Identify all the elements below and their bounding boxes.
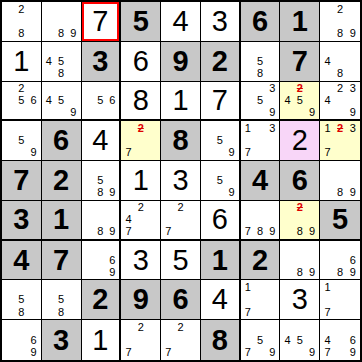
solved-digit: 4 bbox=[201, 280, 239, 319]
pencil-marks: 589 bbox=[83, 162, 119, 199]
candidate-8: 8 bbox=[294, 226, 306, 238]
pencil-marks: 58 bbox=[242, 43, 279, 80]
candidate-9: 9 bbox=[346, 28, 359, 40]
candidate-9: 9 bbox=[346, 346, 359, 359]
cell-r6c4[interactable]: 247 bbox=[121, 201, 161, 241]
cell-r1c9[interactable]: 289 bbox=[320, 2, 360, 42]
candidate-8: 8 bbox=[55, 28, 67, 40]
candidate-4: 4 bbox=[281, 94, 293, 106]
cell-r5c8[interactable]: 6 bbox=[280, 161, 320, 201]
cell-r3c7[interactable]: 359 bbox=[241, 82, 281, 122]
solved-digit: 4 bbox=[82, 121, 120, 160]
pencil-marks: 2459 bbox=[281, 83, 318, 119]
cell-r2c4[interactable]: 6 bbox=[121, 42, 161, 82]
pencil-marks: 89 bbox=[43, 3, 80, 40]
struck-candidate-2: 2 bbox=[294, 83, 306, 95]
pencil-marks: 28 bbox=[3, 3, 40, 40]
candidate-1: 1 bbox=[321, 122, 334, 134]
candidate-1: 1 bbox=[321, 281, 334, 293]
pencil-marks: 789 bbox=[242, 202, 279, 238]
cell-r3c1[interactable]: 256 bbox=[2, 82, 42, 122]
given-digit: 3 bbox=[82, 42, 120, 81]
cell-r6c7[interactable]: 789 bbox=[241, 201, 281, 241]
given-digit: 2 bbox=[82, 280, 120, 319]
candidate-9: 9 bbox=[226, 147, 238, 159]
candidate-8: 8 bbox=[254, 67, 266, 79]
candidate-6: 6 bbox=[346, 334, 359, 347]
cell-r9c5[interactable]: 27 bbox=[161, 320, 201, 360]
candidate-9: 9 bbox=[306, 266, 318, 278]
candidate-5: 5 bbox=[94, 94, 106, 106]
pencil-marks: 27 bbox=[122, 321, 159, 359]
given-digit: 2 bbox=[201, 42, 239, 81]
candidate-9: 9 bbox=[306, 346, 318, 359]
candidate-2: 2 bbox=[15, 83, 27, 95]
cell-r1c6[interactable]: 3 bbox=[201, 2, 241, 42]
candidate-2: 2 bbox=[15, 3, 27, 15]
pencil-marks: 247 bbox=[122, 202, 159, 238]
cell-r6c9[interactable]: 5 bbox=[320, 201, 360, 241]
candidate-2: 2 bbox=[334, 3, 347, 15]
cell-r8c7[interactable]: 17 bbox=[241, 280, 281, 320]
given-digit: 3 bbox=[42, 320, 81, 360]
candidate-8: 8 bbox=[15, 306, 27, 318]
solved-digit: 5 bbox=[161, 241, 200, 280]
given-digit: 9 bbox=[161, 42, 200, 81]
candidate-9: 9 bbox=[67, 106, 79, 118]
candidate-1: 1 bbox=[242, 281, 254, 293]
struck-candidate-2: 2 bbox=[294, 202, 306, 214]
candidate-5: 5 bbox=[94, 174, 106, 186]
candidate-9: 9 bbox=[67, 28, 79, 40]
candidate-8: 8 bbox=[55, 306, 67, 318]
candidate-9: 9 bbox=[28, 147, 40, 159]
cell-r5c2[interactable]: 2 bbox=[42, 161, 82, 201]
cell-r7c2[interactable]: 7 bbox=[42, 241, 82, 281]
cell-r7c8[interactable]: 89 bbox=[280, 241, 320, 281]
given-digit: 5 bbox=[121, 2, 160, 41]
given-digit: 2 bbox=[241, 241, 280, 280]
cell-r9c2[interactable]: 3 bbox=[42, 320, 82, 360]
cell-r8c6[interactable]: 4 bbox=[201, 280, 241, 320]
given-digit: 7 bbox=[2, 161, 41, 200]
cell-r6c3[interactable]: 89 bbox=[82, 201, 122, 241]
solved-digit: 8 bbox=[121, 82, 160, 120]
cell-r4c2[interactable]: 6 bbox=[42, 121, 82, 161]
cell-r6c6[interactable]: 6 bbox=[201, 201, 241, 241]
solved-digit: 7 bbox=[201, 82, 239, 120]
candidate-6: 6 bbox=[346, 254, 359, 266]
pencil-marks: 89 bbox=[321, 162, 359, 199]
cell-r1c8[interactable]: 1 bbox=[280, 2, 320, 42]
cell-r7c6[interactable]: 1 bbox=[201, 241, 241, 281]
candidate-2: 2 bbox=[334, 83, 347, 95]
candidate-7: 7 bbox=[122, 226, 134, 238]
cell-r8c2[interactable]: 58 bbox=[42, 280, 82, 320]
candidate-8: 8 bbox=[15, 28, 27, 40]
pencil-marks: 289 bbox=[321, 3, 359, 40]
candidate-6: 6 bbox=[106, 94, 118, 106]
candidate-5: 5 bbox=[55, 294, 67, 306]
struck-candidate-2: 2 bbox=[135, 122, 147, 134]
given-digit: 1 bbox=[201, 241, 239, 280]
candidate-7: 7 bbox=[321, 306, 334, 318]
candidate-5: 5 bbox=[214, 174, 226, 186]
given-digit: 8 bbox=[201, 320, 239, 360]
candidate-3: 3 bbox=[266, 122, 278, 134]
cell-r4c9[interactable]: 1237 bbox=[320, 121, 360, 161]
cell-r7c9[interactable]: 689 bbox=[320, 241, 360, 281]
candidate-8: 8 bbox=[254, 226, 266, 238]
solved-digit: 1 bbox=[121, 161, 160, 200]
cell-r7c7[interactable]: 2 bbox=[241, 241, 281, 281]
candidate-8: 8 bbox=[334, 67, 347, 79]
candidate-4: 4 bbox=[122, 214, 134, 226]
given-digit: 3 bbox=[2, 201, 41, 239]
candidate-7: 7 bbox=[162, 226, 174, 238]
candidate-8: 8 bbox=[334, 28, 347, 40]
pencil-marks: 689 bbox=[321, 242, 359, 279]
given-digit: 7 bbox=[42, 241, 81, 280]
pencil-marks: 69 bbox=[83, 242, 119, 279]
candidate-8: 8 bbox=[334, 187, 347, 199]
cell-r2c9[interactable]: 48 bbox=[320, 42, 360, 82]
given-digit: 6 bbox=[42, 121, 81, 160]
cell-r5c4[interactable]: 1 bbox=[121, 161, 161, 201]
pencil-marks: 579 bbox=[242, 321, 279, 359]
cell-r9c8[interactable]: 459 bbox=[280, 320, 320, 360]
pencil-marks: 48 bbox=[321, 43, 359, 80]
cell-r3c3[interactable]: 56 bbox=[82, 82, 122, 122]
cell-r2c3[interactable]: 3 bbox=[82, 42, 122, 82]
solved-digit: 6 bbox=[121, 42, 160, 81]
cell-r6c8[interactable]: 289 bbox=[280, 201, 320, 241]
cell-r9c7[interactable]: 579 bbox=[241, 320, 281, 360]
candidate-9: 9 bbox=[266, 346, 278, 359]
candidate-5: 5 bbox=[55, 55, 67, 67]
candidate-4: 4 bbox=[281, 334, 293, 347]
solved-digit: 4 bbox=[161, 2, 200, 41]
pencil-marks: 89 bbox=[281, 242, 318, 279]
cell-r2c5[interactable]: 9 bbox=[161, 42, 201, 82]
candidate-9: 9 bbox=[106, 266, 118, 278]
pencil-marks: 27 bbox=[162, 202, 199, 238]
cell-r4c3[interactable]: 4 bbox=[82, 121, 122, 161]
pencil-marks: 58 bbox=[43, 281, 80, 318]
cell-r8c4[interactable]: 9 bbox=[121, 280, 161, 320]
given-digit: 4 bbox=[2, 241, 41, 280]
cell-r7c1[interactable]: 4 bbox=[2, 241, 42, 281]
cell-r5c1[interactable]: 7 bbox=[2, 161, 42, 201]
candidate-8: 8 bbox=[55, 67, 67, 79]
cell-r1c2[interactable]: 89 bbox=[42, 2, 82, 42]
candidate-8: 8 bbox=[334, 266, 347, 278]
candidate-9: 9 bbox=[106, 226, 118, 238]
cell-r1c5[interactable]: 4 bbox=[161, 2, 201, 42]
candidate-5: 5 bbox=[15, 94, 27, 106]
cell-r4c6[interactable]: 59 bbox=[201, 121, 241, 161]
cell-r2c8[interactable]: 7 bbox=[280, 42, 320, 82]
cell-r4c7[interactable]: 137 bbox=[241, 121, 281, 161]
candidate-9: 9 bbox=[306, 106, 318, 118]
given-digit: 9 bbox=[121, 280, 160, 319]
cell-r4c1[interactable]: 59 bbox=[2, 121, 42, 161]
cell-r7c5[interactable]: 5 bbox=[161, 241, 201, 281]
pencil-marks: 458 bbox=[43, 43, 80, 80]
pencil-marks: 89 bbox=[83, 202, 119, 238]
sudoku-board: 2889754361289145836925874825645956817359… bbox=[0, 0, 362, 362]
candidate-6: 6 bbox=[28, 334, 40, 347]
pencil-marks: 137 bbox=[242, 122, 279, 159]
cell-r7c3[interactable]: 69 bbox=[82, 241, 122, 281]
given-digit: 1 bbox=[42, 201, 81, 239]
candidate-4: 4 bbox=[321, 55, 334, 67]
candidate-6: 6 bbox=[106, 254, 118, 266]
candidate-2: 2 bbox=[174, 202, 186, 214]
pencil-marks: 59 bbox=[202, 122, 238, 159]
solved-digit: 3 bbox=[201, 2, 239, 41]
solved-digit: 7 bbox=[82, 2, 120, 41]
cell-r1c7[interactable]: 6 bbox=[241, 2, 281, 42]
candidate-2: 2 bbox=[174, 321, 186, 334]
cell-r8c3[interactable]: 2 bbox=[82, 280, 122, 320]
candidate-7: 7 bbox=[242, 147, 254, 159]
pencil-marks: 17 bbox=[321, 281, 359, 318]
candidate-5: 5 bbox=[294, 94, 306, 106]
solved-digit: 2 bbox=[280, 121, 319, 160]
pencil-marks: 459 bbox=[43, 83, 80, 119]
candidate-5: 5 bbox=[55, 94, 67, 106]
cell-r9c4[interactable]: 27 bbox=[121, 320, 161, 360]
candidate-2: 2 bbox=[135, 202, 147, 214]
candidate-7: 7 bbox=[242, 306, 254, 318]
candidate-8: 8 bbox=[294, 266, 306, 278]
candidate-9: 9 bbox=[226, 187, 238, 199]
cell-r5c5[interactable]: 3 bbox=[161, 161, 201, 201]
candidate-8: 8 bbox=[94, 187, 106, 199]
solved-digit: 3 bbox=[280, 280, 319, 319]
candidate-7: 7 bbox=[321, 346, 334, 359]
pencil-marks: 1237 bbox=[321, 122, 359, 159]
cell-r1c3[interactable]: 7 bbox=[82, 2, 122, 42]
candidate-9: 9 bbox=[346, 266, 359, 278]
given-digit: 2 bbox=[42, 161, 81, 200]
pencil-marks: 59 bbox=[202, 162, 238, 199]
candidate-9: 9 bbox=[266, 226, 278, 238]
cell-r5c6[interactable]: 59 bbox=[201, 161, 241, 201]
pencil-marks: 4679 bbox=[321, 321, 359, 359]
pencil-marks: 459 bbox=[281, 321, 318, 359]
pencil-marks: 17 bbox=[242, 281, 279, 318]
cell-r4c8[interactable]: 2 bbox=[280, 121, 320, 161]
given-digit: 6 bbox=[241, 2, 280, 41]
candidate-3: 3 bbox=[346, 122, 359, 134]
cell-r6c1[interactable]: 3 bbox=[2, 201, 42, 241]
cell-r3c6[interactable]: 7 bbox=[201, 82, 241, 122]
candidate-3: 3 bbox=[266, 83, 278, 95]
cell-r9c3[interactable]: 1 bbox=[82, 320, 122, 360]
solved-digit: 3 bbox=[161, 161, 200, 200]
pencil-marks: 58 bbox=[3, 281, 40, 318]
candidate-7: 7 bbox=[321, 147, 334, 159]
cell-r5c7[interactable]: 4 bbox=[241, 161, 281, 201]
candidate-7: 7 bbox=[242, 346, 254, 359]
cell-r3c8[interactable]: 2459 bbox=[280, 82, 320, 122]
candidate-9: 9 bbox=[346, 106, 359, 118]
pencil-marks: 289 bbox=[281, 202, 318, 238]
candidate-5: 5 bbox=[294, 334, 306, 347]
solved-digit: 1 bbox=[2, 42, 41, 81]
candidate-9: 9 bbox=[346, 187, 359, 199]
given-digit: 8 bbox=[161, 121, 200, 160]
candidate-5: 5 bbox=[254, 55, 266, 67]
candidate-5: 5 bbox=[15, 294, 27, 306]
given-digit: 4 bbox=[241, 161, 280, 200]
cell-r2c2[interactable]: 458 bbox=[42, 42, 82, 82]
pencil-marks: 27 bbox=[122, 122, 159, 159]
candidate-4: 4 bbox=[43, 55, 55, 67]
pencil-marks: 27 bbox=[162, 321, 199, 359]
cell-r8c1[interactable]: 58 bbox=[2, 280, 42, 320]
candidate-2: 2 bbox=[135, 321, 147, 334]
cell-r1c1[interactable]: 28 bbox=[2, 2, 42, 42]
solved-digit: 6 bbox=[201, 201, 239, 239]
candidate-7: 7 bbox=[162, 346, 174, 359]
pencil-marks: 69 bbox=[3, 321, 40, 359]
candidate-9: 9 bbox=[106, 187, 118, 199]
struck-candidate-2: 2 bbox=[334, 122, 347, 134]
candidate-9: 9 bbox=[28, 346, 40, 359]
solved-digit: 3 bbox=[121, 241, 160, 280]
pencil-marks: 359 bbox=[242, 83, 279, 119]
cell-r3c2[interactable]: 459 bbox=[42, 82, 82, 122]
candidate-1: 1 bbox=[242, 122, 254, 134]
cell-r2c1[interactable]: 1 bbox=[2, 42, 42, 82]
given-digit: 1 bbox=[280, 2, 319, 41]
candidate-5: 5 bbox=[15, 135, 27, 147]
candidate-7: 7 bbox=[122, 346, 134, 359]
cell-r3c5[interactable]: 1 bbox=[161, 82, 201, 122]
cell-r8c5[interactable]: 6 bbox=[161, 280, 201, 320]
candidate-6: 6 bbox=[28, 94, 40, 106]
candidate-5: 5 bbox=[254, 334, 266, 347]
cell-r5c9[interactable]: 89 bbox=[320, 161, 360, 201]
cell-r6c2[interactable]: 1 bbox=[42, 201, 82, 241]
cell-r9c9[interactable]: 4679 bbox=[320, 320, 360, 360]
candidate-5: 5 bbox=[254, 94, 266, 106]
candidate-5: 5 bbox=[214, 135, 226, 147]
cell-r4c4[interactable]: 27 bbox=[121, 121, 161, 161]
pencil-marks: 256 bbox=[3, 83, 40, 119]
solved-digit: 1 bbox=[161, 82, 200, 120]
pencil-marks: 59 bbox=[3, 122, 40, 159]
cell-r6c5[interactable]: 27 bbox=[161, 201, 201, 241]
given-digit: 6 bbox=[280, 161, 319, 200]
pencil-marks: 56 bbox=[83, 83, 119, 119]
candidate-9: 9 bbox=[266, 106, 278, 118]
given-digit: 7 bbox=[280, 42, 319, 81]
candidate-9: 9 bbox=[306, 226, 318, 238]
solved-digit: 1 bbox=[82, 320, 120, 360]
cell-r4c5[interactable]: 8 bbox=[161, 121, 201, 161]
cell-r7c4[interactable]: 3 bbox=[121, 241, 161, 281]
cell-r3c4[interactable]: 8 bbox=[121, 82, 161, 122]
given-digit: 6 bbox=[161, 280, 200, 319]
candidate-4: 4 bbox=[321, 94, 334, 106]
cell-r8c9[interactable]: 17 bbox=[320, 280, 360, 320]
given-digit: 5 bbox=[320, 201, 360, 239]
candidate-7: 7 bbox=[122, 147, 134, 159]
candidate-4: 4 bbox=[43, 94, 55, 106]
cell-r8c8[interactable]: 3 bbox=[280, 280, 320, 320]
candidate-7: 7 bbox=[242, 226, 254, 238]
cell-r9c1[interactable]: 69 bbox=[2, 320, 42, 360]
cell-r3c9[interactable]: 2349 bbox=[320, 82, 360, 122]
candidate-4: 4 bbox=[321, 334, 334, 347]
cell-r2c7[interactable]: 58 bbox=[241, 42, 281, 82]
cell-r9c6[interactable]: 8 bbox=[201, 320, 241, 360]
candidate-8: 8 bbox=[94, 226, 106, 238]
candidate-3: 3 bbox=[346, 83, 359, 95]
cell-r1c4[interactable]: 5 bbox=[121, 2, 161, 42]
pencil-marks: 2349 bbox=[321, 83, 359, 119]
cell-r5c3[interactable]: 589 bbox=[82, 161, 122, 201]
cell-r2c6[interactable]: 2 bbox=[201, 42, 241, 82]
